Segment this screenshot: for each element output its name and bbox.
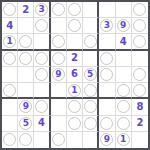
odd-circle: 9: [117, 19, 130, 32]
cell-r6c2[interactable]: [18, 83, 34, 99]
odd-circle: [68, 3, 81, 16]
odd-circle: [84, 117, 97, 130]
odd-circle: [68, 19, 81, 32]
cell-r7c8[interactable]: [116, 99, 132, 115]
cell-r9c5[interactable]: [67, 132, 83, 148]
odd-circle: [133, 35, 146, 48]
odd-circle: [3, 133, 16, 146]
given-digit: 9: [120, 21, 126, 30]
odd-circle: [35, 68, 48, 81]
odd-circle: [52, 52, 65, 65]
cell-r1c6[interactable]: [83, 2, 99, 18]
cell-r1c8[interactable]: [116, 2, 132, 18]
cell-r4c7[interactable]: [99, 51, 115, 67]
cell-r3c8[interactable]: 4: [116, 34, 132, 50]
odd-circle: [133, 19, 146, 32]
odd-circle: 1: [3, 35, 16, 48]
cell-r7c3[interactable]: [34, 99, 50, 115]
odd-circle: [3, 84, 16, 97]
given-digit: 8: [136, 102, 143, 112]
given-digit: 2: [136, 118, 143, 128]
cell-r2c5[interactable]: [67, 18, 83, 34]
sudoku-board: 2343914296519854291: [0, 0, 150, 150]
odd-circle: 9: [100, 133, 113, 146]
cell-r4c6[interactable]: [83, 51, 99, 67]
odd-circle: 3: [35, 3, 48, 16]
given-digit: 1: [120, 135, 126, 144]
odd-circle: [19, 52, 32, 65]
odd-circle: 5: [19, 117, 32, 130]
odd-circle: [52, 3, 65, 16]
cell-r7c9[interactable]: 8: [132, 99, 148, 115]
cell-r6c1[interactable]: [2, 83, 18, 99]
cell-r2c7[interactable]: 3: [99, 18, 115, 34]
cell-r9c1[interactable]: [2, 132, 18, 148]
cell-r4c8[interactable]: [116, 51, 132, 67]
odd-circle: 5: [84, 68, 97, 81]
cell-r5c7[interactable]: [99, 67, 115, 83]
cell-r8c1[interactable]: [2, 116, 18, 132]
cell-r4c5[interactable]: 2: [67, 51, 83, 67]
cell-r8c2[interactable]: 5: [18, 116, 34, 132]
cell-r2c4[interactable]: [51, 18, 67, 34]
cell-r5c6[interactable]: 5: [83, 67, 99, 83]
odd-circle: [68, 100, 81, 113]
cell-r2c8[interactable]: 9: [116, 18, 132, 34]
cell-r7c1[interactable]: [2, 99, 18, 115]
cell-r3c6[interactable]: [83, 34, 99, 50]
odd-circle: [84, 35, 97, 48]
cell-r8c4[interactable]: [51, 116, 67, 132]
odd-circle: [117, 84, 130, 97]
cell-r8c3[interactable]: 4: [34, 116, 50, 132]
cell-r9c6[interactable]: [83, 132, 99, 148]
given-digit: 4: [6, 21, 13, 31]
cell-r2c6[interactable]: [83, 18, 99, 34]
odd-circle: 1: [68, 84, 81, 97]
cell-r4c3[interactable]: [34, 51, 50, 67]
cell-r5c2[interactable]: [18, 67, 34, 83]
cell-r5c4[interactable]: 9: [51, 67, 67, 83]
cell-r8c8[interactable]: [116, 116, 132, 132]
cell-r9c7[interactable]: 9: [99, 132, 115, 148]
given-digit: 5: [87, 70, 93, 79]
cell-r4c9[interactable]: [132, 51, 148, 67]
cell-r6c3[interactable]: [34, 83, 50, 99]
odd-circle: [35, 52, 48, 65]
cell-r1c4[interactable]: [51, 2, 67, 18]
cell-r5c1[interactable]: [2, 67, 18, 83]
cell-r9c2[interactable]: [18, 132, 34, 148]
cell-r4c1[interactable]: [2, 51, 18, 67]
cell-r6c5[interactable]: 1: [67, 83, 83, 99]
cell-r5c8[interactable]: [116, 67, 132, 83]
cell-r5c9[interactable]: [132, 67, 148, 83]
given-digit: 9: [104, 135, 110, 144]
cell-r7c5[interactable]: [67, 99, 83, 115]
cell-r1c9[interactable]: [132, 2, 148, 18]
odd-circle: [68, 117, 81, 130]
given-digit: 3: [104, 21, 110, 30]
odd-circle: [52, 35, 65, 48]
cell-r7c6[interactable]: [83, 99, 99, 115]
cell-r9c3[interactable]: [34, 132, 50, 148]
cell-r7c2[interactable]: 9: [18, 99, 34, 115]
cell-r8c7[interactable]: [99, 116, 115, 132]
cell-r4c2[interactable]: [18, 51, 34, 67]
cell-r8c9[interactable]: 2: [132, 116, 148, 132]
cell-r5c3[interactable]: [34, 67, 50, 83]
odd-circle: 1: [117, 133, 130, 146]
cell-r8c5[interactable]: [67, 116, 83, 132]
given-digit: 5: [23, 119, 29, 128]
odd-circle: 9: [19, 100, 32, 113]
cell-r3c9[interactable]: [132, 34, 148, 50]
given-digit: 2: [71, 53, 78, 63]
cell-r4c4[interactable]: [51, 51, 67, 67]
odd-circle: [133, 84, 146, 97]
cell-r9c9[interactable]: [132, 132, 148, 148]
odd-circle: [35, 100, 48, 113]
given-digit: 4: [120, 37, 127, 47]
cell-r6c7[interactable]: [99, 83, 115, 99]
cell-r3c5[interactable]: [67, 34, 83, 50]
odd-circle: [100, 117, 113, 130]
cell-r1c1[interactable]: [2, 2, 18, 18]
given-digit: 1: [6, 37, 12, 46]
odd-circle: [133, 68, 146, 81]
given-digit: 9: [55, 70, 61, 79]
cell-r1c2[interactable]: 2: [18, 2, 34, 18]
cell-r3c4[interactable]: [51, 34, 67, 50]
cell-r2c1[interactable]: 4: [2, 18, 18, 34]
cell-r5c5[interactable]: 6: [67, 67, 83, 83]
cell-r3c1[interactable]: 1: [2, 34, 18, 50]
odd-circle: [117, 100, 130, 113]
cell-r1c7[interactable]: [99, 2, 115, 18]
odd-circle: [19, 133, 32, 146]
cell-r3c3[interactable]: [34, 34, 50, 50]
cell-r7c7[interactable]: [99, 99, 115, 115]
odd-circle: [100, 68, 113, 81]
odd-circle: 3: [100, 19, 113, 32]
given-digit: 9: [23, 102, 29, 111]
odd-circle: [3, 3, 16, 16]
odd-circle: [35, 19, 48, 32]
odd-circle: [100, 52, 113, 65]
given-digit: 1: [71, 86, 77, 95]
odd-circle: [84, 84, 97, 97]
odd-circle: [84, 100, 97, 113]
odd-circle: [19, 35, 32, 48]
cell-r6c8[interactable]: [116, 83, 132, 99]
given-digit: 2: [22, 5, 29, 15]
cell-r2c3[interactable]: [34, 18, 50, 34]
given-digit: 3: [38, 5, 44, 14]
odd-circle: [3, 52, 16, 65]
cell-r7c4[interactable]: [51, 99, 67, 115]
cell-r1c5[interactable]: [67, 2, 83, 18]
cell-r9c8[interactable]: 1: [116, 132, 132, 148]
cell-r1c3[interactable]: 3: [34, 2, 50, 18]
cell-r2c2[interactable]: [18, 18, 34, 34]
odd-circle: [133, 3, 146, 16]
odd-circle: 9: [52, 68, 65, 81]
cell-r3c2[interactable]: [18, 34, 34, 50]
cell-r2c9[interactable]: [132, 18, 148, 34]
cell-r6c4[interactable]: [51, 83, 67, 99]
given-digit: 6: [71, 69, 78, 79]
given-digit: 4: [38, 118, 45, 128]
cell-r6c9[interactable]: [132, 83, 148, 99]
odd-circle: [117, 117, 130, 130]
cell-r9c4[interactable]: [51, 132, 67, 148]
cell-r6c6[interactable]: [83, 83, 99, 99]
odd-circle: [52, 133, 65, 146]
cell-r8c6[interactable]: [83, 116, 99, 132]
cell-r3c7[interactable]: [99, 34, 115, 50]
